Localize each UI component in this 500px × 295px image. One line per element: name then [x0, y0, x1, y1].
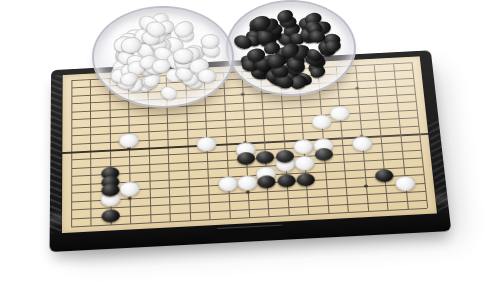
black-stone-heap [231, 4, 351, 92]
star-point [364, 184, 368, 187]
hinge-texture-left [50, 75, 62, 234]
black-stone [297, 173, 316, 187]
white-stone-bowl [92, 6, 234, 108]
white-stone [351, 136, 372, 151]
star-point [246, 190, 250, 193]
product-photo-scene [0, 0, 500, 295]
black-stone [258, 175, 277, 189]
black-stone [375, 169, 394, 183]
white-stone [394, 175, 416, 191]
black-stone-bowl [226, 0, 356, 96]
white-stone [217, 176, 238, 192]
white-stone [119, 132, 139, 147]
star-point [241, 93, 245, 96]
white-bowl-stone [159, 84, 179, 101]
white-stone [294, 156, 315, 172]
white-stone [237, 175, 258, 191]
white-stone [196, 136, 216, 151]
black-stone [101, 209, 119, 223]
black-stone [237, 152, 256, 166]
white-stone [293, 139, 314, 154]
white-stone-heap [98, 10, 229, 104]
black-stone [314, 148, 333, 162]
star-point [128, 197, 132, 200]
black-stone [277, 174, 296, 188]
black-stone [256, 151, 275, 165]
white-bowl-stone [172, 48, 193, 64]
latch-notch [212, 224, 288, 242]
star-point [355, 87, 359, 90]
white-stone [329, 105, 350, 120]
white-bowl-stone [201, 33, 220, 48]
white-stone [120, 181, 140, 197]
white-stone [311, 114, 332, 129]
